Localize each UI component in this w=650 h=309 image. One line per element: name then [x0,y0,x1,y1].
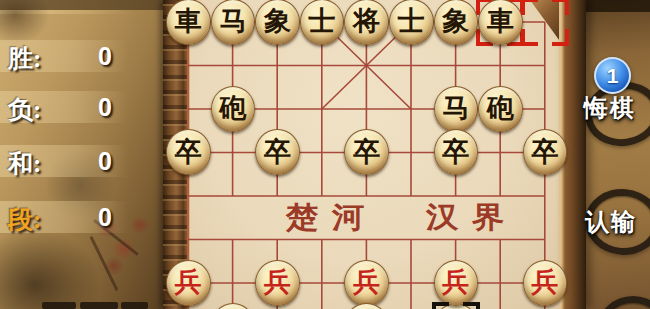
board-point[interactable]: 兵 [434,261,479,305]
piece-black-pawn[interactable]: 卒 [523,129,568,175]
piece-black-rook[interactable]: 車 [478,0,523,45]
piece-black-horse[interactable]: 马 [434,86,479,132]
board-point[interactable]: 車 [478,0,523,44]
board-point[interactable]: 马 [434,305,479,309]
last-move-marker [432,302,480,309]
board-point[interactable]: 兵 [523,261,568,305]
board-point[interactable]: 車 [166,0,211,44]
board-point[interactable]: 士 [300,0,345,44]
board-point[interactable]: 卒 [434,131,479,175]
board-point[interactable]: 炮 [211,305,256,309]
piece-black-cannon[interactable]: 砲 [478,86,523,132]
resign-button[interactable]: 认输 [556,206,650,238]
board-point[interactable]: 将 [344,0,389,44]
piece-black-horse[interactable]: 马 [211,0,256,45]
xiangqi-board[interactable]: 車马車马象士将士象砲马砲卒卒卒卒卒兵兵兵兵兵炮炮 [166,0,567,309]
undo-count-badge: 1 [594,57,631,94]
piece-red-cannon[interactable]: 炮 [344,303,389,309]
board-point[interactable]: 兵 [166,261,211,305]
piece-black-rook[interactable]: 車 [166,0,211,45]
board-point[interactable]: 兵 [255,261,300,305]
board-point[interactable]: 卒 [255,131,300,175]
piece-black-elephant[interactable]: 象 [255,0,300,45]
piece-black-pawn[interactable]: 卒 [255,129,300,175]
last-move-marker [521,0,569,46]
piece-red-pawn[interactable]: 兵 [434,260,479,306]
board-point[interactable]: 炮 [344,305,389,309]
board-point[interactable]: 卒 [166,131,211,175]
board-point[interactable]: 马 [211,0,256,44]
board-point[interactable]: 兵 [344,261,389,305]
piece-black-cannon[interactable]: 砲 [211,86,256,132]
piece-red-pawn[interactable]: 兵 [344,260,389,306]
piece-red-pawn[interactable]: 兵 [166,260,211,306]
board-point[interactable]: 砲 [211,87,256,131]
piece-black-general[interactable]: 将 [344,0,389,45]
piece-black-pawn[interactable]: 卒 [434,129,479,175]
piece-black-elephant[interactable]: 象 [434,0,479,45]
piece-red-pawn[interactable]: 兵 [255,260,300,306]
board-point[interactable]: 卒 [344,131,389,175]
piece-black-advisor[interactable]: 士 [300,0,345,45]
piece-red-pawn[interactable]: 兵 [523,260,568,306]
board-point[interactable]: 象 [434,0,479,44]
piece-black-pawn[interactable]: 卒 [344,129,389,175]
board-point[interactable]: 马 [434,87,479,131]
piece-black-advisor[interactable]: 士 [389,0,434,45]
piece-black-pawn[interactable]: 卒 [166,129,211,175]
piece-red-cannon[interactable]: 炮 [211,303,256,309]
board-point[interactable]: 砲 [478,87,523,131]
board-point[interactable]: 士 [389,0,434,44]
board-point[interactable] [523,0,568,44]
board-point[interactable]: 卒 [523,131,568,175]
board-point[interactable]: 象 [255,0,300,44]
xiangqi-game-screen: 胜: 0 负: 0 和: 0 段: 0 楚河 汉界 車马車马象士将士象砲马砲卒卒… [0,0,650,309]
undo-button[interactable]: 悔棋 [555,92,650,124]
